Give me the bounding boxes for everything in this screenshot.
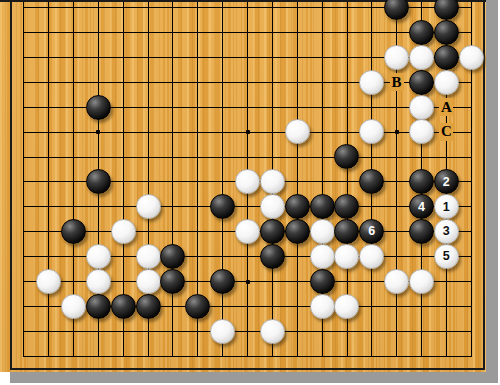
- white-stone[interactable]: [334, 244, 359, 269]
- move-number: 5: [443, 250, 450, 263]
- black-stone[interactable]: [409, 20, 434, 45]
- white-stone[interactable]: [310, 294, 335, 319]
- white-stone[interactable]: [86, 269, 111, 294]
- black-stone[interactable]: [334, 194, 359, 219]
- white-stone[interactable]: [409, 95, 434, 120]
- black-stone[interactable]: [136, 294, 161, 319]
- black-stone[interactable]: [334, 219, 359, 244]
- stone-move-4[interactable]: 4: [409, 194, 434, 219]
- black-stone[interactable]: [310, 194, 335, 219]
- white-stone[interactable]: [210, 319, 235, 344]
- stone-move-1[interactable]: 1: [434, 194, 459, 219]
- white-stone[interactable]: [310, 219, 335, 244]
- black-stone[interactable]: [111, 294, 136, 319]
- move-number: 3: [443, 225, 450, 238]
- white-stone[interactable]: [409, 45, 434, 70]
- white-stone[interactable]: [459, 45, 484, 70]
- point-label-C[interactable]: C: [439, 123, 453, 141]
- black-stone[interactable]: [409, 169, 434, 194]
- black-stone[interactable]: [434, 20, 459, 45]
- black-stone[interactable]: [210, 269, 235, 294]
- white-stone[interactable]: [235, 169, 260, 194]
- white-stone[interactable]: [111, 219, 136, 244]
- white-stone[interactable]: [434, 70, 459, 95]
- white-stone[interactable]: [36, 269, 61, 294]
- white-stone[interactable]: [359, 70, 384, 95]
- black-stone[interactable]: [61, 219, 86, 244]
- white-stone[interactable]: [61, 294, 86, 319]
- stone-move-2[interactable]: 2: [434, 169, 459, 194]
- white-stone[interactable]: [136, 194, 161, 219]
- white-stone[interactable]: [136, 244, 161, 269]
- black-stone[interactable]: [86, 169, 111, 194]
- go-board[interactable]: 241635BAC: [0, 0, 486, 372]
- point-label-A[interactable]: A: [439, 98, 453, 116]
- stone-move-5[interactable]: 5: [434, 244, 459, 269]
- black-stone[interactable]: [210, 194, 235, 219]
- black-stone[interactable]: [384, 0, 409, 20]
- black-stone[interactable]: [285, 219, 310, 244]
- black-stone[interactable]: [86, 95, 111, 120]
- white-stone[interactable]: [359, 119, 384, 144]
- move-number: 6: [368, 225, 375, 238]
- white-stone[interactable]: [384, 45, 409, 70]
- board-grid: 241635BAC: [11, 0, 483, 369]
- white-stone[interactable]: [136, 269, 161, 294]
- black-stone[interactable]: [434, 45, 459, 70]
- black-stone[interactable]: [409, 219, 434, 244]
- white-stone[interactable]: [310, 244, 335, 269]
- white-stone[interactable]: [86, 244, 111, 269]
- black-stone[interactable]: [185, 294, 210, 319]
- white-stone[interactable]: [334, 294, 359, 319]
- white-stone[interactable]: [260, 319, 285, 344]
- black-stone[interactable]: [260, 219, 285, 244]
- move-number: 2: [443, 176, 450, 189]
- black-stone[interactable]: [334, 144, 359, 169]
- stone-move-3[interactable]: 3: [434, 219, 459, 244]
- white-stone[interactable]: [409, 119, 434, 144]
- white-stone[interactable]: [260, 194, 285, 219]
- black-stone[interactable]: [434, 0, 459, 20]
- black-stone[interactable]: [359, 169, 384, 194]
- white-stone[interactable]: [409, 269, 434, 294]
- black-stone[interactable]: [310, 269, 335, 294]
- white-stone[interactable]: [384, 269, 409, 294]
- move-number: 4: [418, 201, 425, 214]
- black-stone[interactable]: [160, 244, 185, 269]
- white-stone[interactable]: [260, 169, 285, 194]
- white-stone[interactable]: [285, 119, 310, 144]
- go-diagram-screenshot: 241635BAC: [0, 0, 500, 385]
- black-stone[interactable]: [409, 70, 434, 95]
- black-stone[interactable]: [86, 294, 111, 319]
- stone-move-6[interactable]: 6: [359, 219, 384, 244]
- black-stone[interactable]: [260, 244, 285, 269]
- white-stone[interactable]: [235, 219, 260, 244]
- black-stone[interactable]: [160, 269, 185, 294]
- black-stone[interactable]: [285, 194, 310, 219]
- white-stone[interactable]: [359, 244, 384, 269]
- point-label-B[interactable]: B: [390, 73, 404, 91]
- move-number: 1: [443, 201, 450, 214]
